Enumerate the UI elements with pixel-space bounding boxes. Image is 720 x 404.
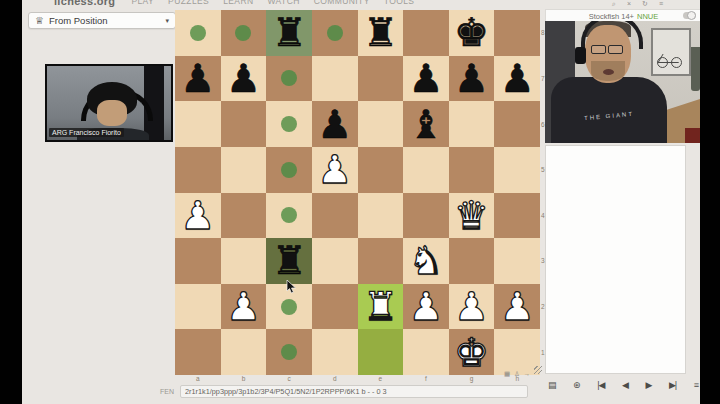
letterbox-left (0, 0, 22, 404)
red-object (685, 128, 700, 143)
file-label-e: e (358, 375, 404, 383)
square-e2[interactable]: ♜ (358, 284, 404, 330)
hanging-cloth (691, 47, 700, 91)
square-e7[interactable] (358, 56, 404, 102)
move-dot-b8 (235, 25, 251, 41)
black-pawn[interactable]: ♟ (454, 59, 489, 98)
file-label-f: f (403, 375, 449, 383)
search-icon[interactable]: ⌕ (612, 0, 616, 8)
square-a5[interactable] (175, 147, 221, 193)
analysis-controls: ▤⊛|◀◀▶▶|≡ (546, 376, 700, 394)
gear-icon[interactable]: ⊛ (573, 381, 580, 390)
board-mini-icons: ▦ ♙ → (504, 370, 531, 378)
black-king[interactable]: ♚ (454, 13, 489, 52)
engine-toggle[interactable] (683, 12, 696, 19)
book-icon[interactable]: ▤ (548, 381, 556, 390)
engine-suffix: NNUE (637, 12, 658, 21)
header-menu: PlayPuzzlesLearnWatchCommunityTools (131, 0, 414, 6)
white-pawn[interactable]: ♟ (317, 150, 352, 189)
square-e4[interactable] (358, 193, 404, 239)
crown-icon: ♕ (35, 16, 44, 26)
square-b6[interactable] (221, 101, 267, 147)
square-f7[interactable]: ♟ (403, 56, 449, 102)
white-pawn[interactable]: ♟ (408, 287, 443, 326)
chess-board[interactable]: ♜♜♚♟♟♟♟♟♟♝♟♟♛♜♞♟♜♟♟♟♚ (175, 10, 540, 375)
letterbox-right (700, 0, 720, 404)
file-label-d: d (312, 375, 358, 383)
fen-input[interactable] (180, 385, 528, 398)
square-e3[interactable] (358, 238, 404, 284)
square-h2[interactable]: ♟ (494, 284, 540, 330)
menu-learn[interactable]: Learn (223, 0, 253, 6)
move-list-panel (545, 145, 686, 374)
menu-icon[interactable]: ≡ (694, 381, 698, 390)
menu-puzzles[interactable]: Puzzles (168, 0, 209, 6)
chevron-down-icon: ▾ (165, 17, 169, 25)
board-file-labels: abcdefgh (175, 375, 540, 383)
file-label-c: c (266, 375, 312, 383)
header-icons: ⌕×↻≡ (612, 0, 663, 8)
square-b2[interactable]: ♟ (221, 284, 267, 330)
black-rook[interactable]: ♜ (272, 241, 307, 280)
square-c3[interactable]: ♜ (266, 238, 312, 284)
black-pawn[interactable]: ♟ (180, 59, 215, 98)
black-bishop[interactable]: ♝ (408, 105, 443, 144)
user-menu-icon[interactable]: ≡ (659, 0, 663, 8)
black-pawn[interactable]: ♟ (317, 105, 352, 144)
white-queen[interactable]: ♛ (454, 196, 489, 235)
glasses (591, 45, 627, 55)
white-pawn[interactable]: ♟ (180, 196, 215, 235)
black-rook[interactable]: ♜ (272, 13, 307, 52)
square-h6[interactable] (494, 101, 540, 147)
square-g8[interactable]: ♚ (449, 10, 495, 56)
square-h3[interactable] (494, 238, 540, 284)
square-d7[interactable] (312, 56, 358, 102)
previous-move-button[interactable]: ◀ (622, 381, 628, 390)
player-face (97, 100, 127, 126)
file-label-g: g (449, 375, 495, 383)
black-pawn[interactable]: ♟ (408, 59, 443, 98)
close-icon[interactable]: × (627, 0, 631, 8)
square-a7[interactable]: ♟ (175, 56, 221, 102)
black-pawn[interactable]: ♟ (500, 59, 535, 98)
square-c6[interactable] (266, 101, 312, 147)
square-a3[interactable] (175, 238, 221, 284)
player-torso (551, 77, 667, 143)
square-f5[interactable] (403, 147, 449, 193)
white-pawn[interactable]: ♟ (500, 287, 535, 326)
last-move-button[interactable]: ▶| (669, 381, 676, 390)
glasses-lens (591, 45, 606, 54)
square-f6[interactable]: ♝ (403, 101, 449, 147)
square-d6[interactable]: ♟ (312, 101, 358, 147)
move-dot-c5 (281, 162, 297, 178)
square-g1[interactable]: ♚ (449, 329, 495, 375)
fen-bar: FEN (160, 384, 540, 399)
square-d5[interactable]: ♟ (312, 147, 358, 193)
menu-tools[interactable]: Tools (384, 0, 415, 6)
square-a8[interactable] (175, 10, 221, 56)
move-dot-c2 (281, 299, 297, 315)
player-name-tag: ARG Francisco Fiorito (49, 128, 124, 137)
move-dot-c7 (281, 70, 297, 86)
square-d4[interactable] (312, 193, 358, 239)
move-dot-a8 (190, 25, 206, 41)
square-e8[interactable]: ♜ (358, 10, 404, 56)
square-b4[interactable] (221, 193, 267, 239)
square-f1[interactable] (403, 329, 449, 375)
glasses-lens (608, 45, 623, 54)
first-move-button[interactable]: |◀ (597, 381, 604, 390)
lichess-logo[interactable]: lichess.org (54, 0, 115, 7)
square-b7[interactable]: ♟ (221, 56, 267, 102)
webcam-player-white: THE GIANT (545, 21, 700, 143)
square-g7[interactable]: ♟ (449, 56, 495, 102)
square-a4[interactable]: ♟ (175, 193, 221, 239)
square-c5[interactable] (266, 147, 312, 193)
menu-watch[interactable]: Watch (268, 0, 300, 6)
move-dot-c4 (281, 207, 297, 223)
square-f2[interactable]: ♟ (403, 284, 449, 330)
white-pawn[interactable]: ♟ (226, 287, 261, 326)
square-g6[interactable] (449, 101, 495, 147)
square-b5[interactable] (221, 147, 267, 193)
mouse-cursor (286, 280, 297, 294)
file-label-a: a (175, 375, 221, 383)
black-rook[interactable]: ♜ (363, 13, 398, 52)
move-dot-c1 (281, 344, 297, 360)
next-move-button[interactable]: ▶ (645, 381, 651, 390)
square-c4[interactable] (266, 193, 312, 239)
white-rook[interactable]: ♜ (363, 287, 398, 326)
square-a6[interactable] (175, 101, 221, 147)
file-label-b: b (221, 375, 267, 383)
square-h7[interactable]: ♟ (494, 56, 540, 102)
menu-community[interactable]: Community (314, 0, 370, 6)
menu-play[interactable]: Play (131, 0, 154, 6)
square-h5[interactable] (494, 147, 540, 193)
square-e6[interactable] (358, 101, 404, 147)
square-c7[interactable] (266, 56, 312, 102)
bicycle-picture (651, 28, 691, 76)
square-f3[interactable]: ♞ (403, 238, 449, 284)
square-f4[interactable] (403, 193, 449, 239)
white-pawn[interactable]: ♟ (454, 287, 489, 326)
square-c8[interactable]: ♜ (266, 10, 312, 56)
engine-name: Stockfish 14+ (589, 12, 634, 21)
black-pawn[interactable]: ♟ (226, 59, 261, 98)
white-knight[interactable]: ♞ (408, 241, 443, 280)
webcam-player-black: ARG Francisco Fiorito (45, 64, 173, 142)
square-a2[interactable] (175, 284, 221, 330)
square-d8[interactable] (312, 10, 358, 56)
screen: lichess.org PlayPuzzlesLearnWatchCommuni… (0, 0, 720, 404)
from-position-dropdown[interactable]: ♕ From Position ▾ (28, 12, 176, 29)
square-b8[interactable] (221, 10, 267, 56)
square-h4[interactable] (494, 193, 540, 239)
variant-label: From Position (49, 15, 108, 26)
move-dot-d8 (327, 25, 343, 41)
move-dot-c6 (281, 116, 297, 132)
white-king[interactable]: ♚ (454, 333, 489, 372)
square-a1[interactable] (175, 329, 221, 375)
square-e1[interactable] (358, 329, 404, 375)
square-c1[interactable] (266, 329, 312, 375)
square-g4[interactable]: ♛ (449, 193, 495, 239)
player-mouth (603, 69, 614, 75)
square-g3[interactable] (449, 238, 495, 284)
square-f8[interactable] (403, 10, 449, 56)
fen-label: FEN (160, 388, 174, 395)
square-d2[interactable] (312, 284, 358, 330)
sync-icon[interactable]: ↻ (642, 0, 648, 8)
square-g2[interactable]: ♟ (449, 284, 495, 330)
square-b3[interactable] (221, 238, 267, 284)
square-d3[interactable] (312, 238, 358, 284)
square-b1[interactable] (221, 329, 267, 375)
headphones-earcup (575, 47, 586, 64)
square-e5[interactable] (358, 147, 404, 193)
board-resize-handle[interactable] (534, 366, 542, 374)
square-h8[interactable] (494, 10, 540, 56)
square-g5[interactable] (449, 147, 495, 193)
square-d1[interactable] (312, 329, 358, 375)
